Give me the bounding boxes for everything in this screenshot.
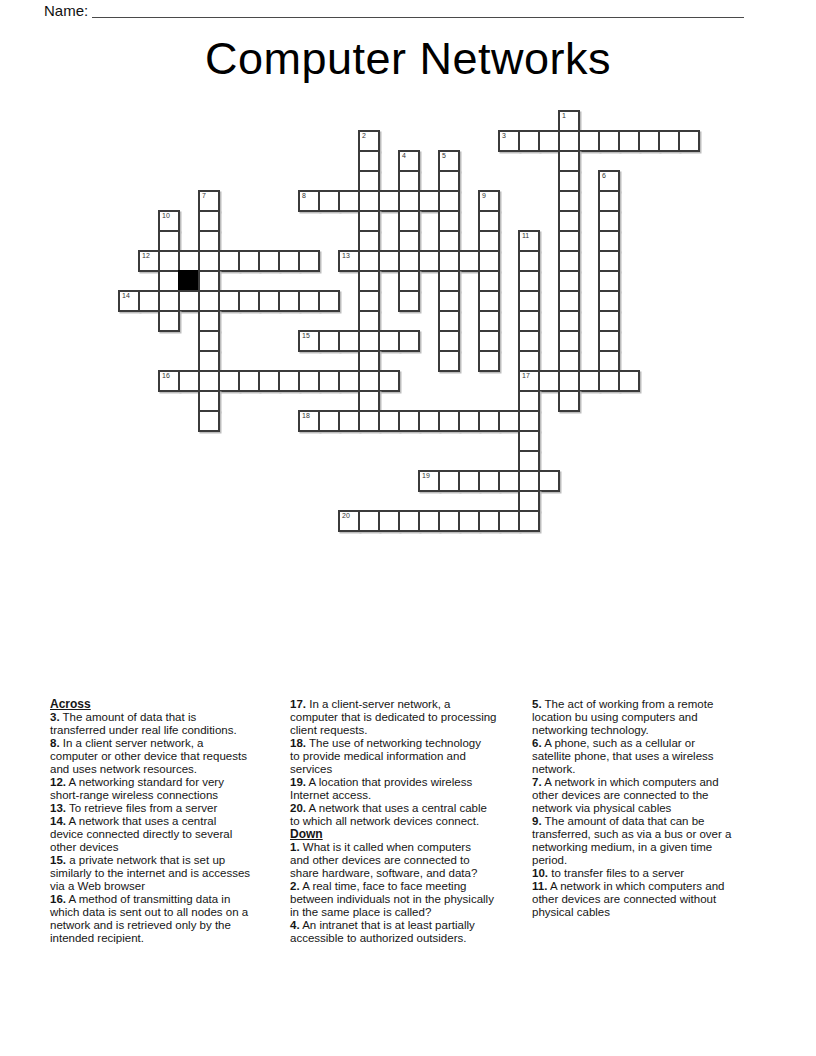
grid-cell[interactable] xyxy=(358,230,380,252)
grid-cell[interactable] xyxy=(318,190,340,212)
cell-number: 1 xyxy=(562,112,566,120)
grid-cell[interactable] xyxy=(378,410,400,432)
grid-cell[interactable] xyxy=(378,190,400,212)
grid-cell[interactable] xyxy=(658,130,680,152)
grid-cell[interactable]: 9 xyxy=(478,190,500,212)
grid-cell[interactable]: 16 xyxy=(158,370,180,392)
grid-cell[interactable]: 6 xyxy=(598,170,620,192)
grid-cell[interactable] xyxy=(358,330,380,352)
clue-text: A network in which computers and other d… xyxy=(532,880,724,918)
grid-cell[interactable] xyxy=(518,490,540,512)
grid-cell[interactable] xyxy=(198,410,220,432)
clue-text: The amount of data that is transferred u… xyxy=(50,711,237,736)
clue-text: a private network that is set up similar… xyxy=(50,854,250,892)
grid-cell[interactable]: 20 xyxy=(338,510,360,532)
clue-down-1: 1. What is it called when computers and … xyxy=(290,841,530,880)
grid-cell[interactable] xyxy=(558,230,580,252)
grid-cell[interactable] xyxy=(358,150,380,172)
grid-cell[interactable] xyxy=(398,250,420,272)
clue-number: 8. xyxy=(50,737,60,749)
grid-cell[interactable] xyxy=(258,290,280,312)
clue-text: The use of networking technology to prov… xyxy=(290,737,481,775)
grid-cell[interactable] xyxy=(338,410,360,432)
grid-cell[interactable] xyxy=(518,510,540,532)
grid-cell[interactable] xyxy=(398,170,420,192)
grid-cell[interactable] xyxy=(198,270,220,292)
clue-number: 15. xyxy=(50,854,66,866)
grid-cell[interactable] xyxy=(438,270,460,292)
grid-cell[interactable]: 5 xyxy=(438,150,460,172)
clue-number: 1. xyxy=(290,841,300,853)
grid-cell[interactable] xyxy=(358,270,380,292)
grid-cell[interactable] xyxy=(338,330,360,352)
grid-cell[interactable] xyxy=(618,370,640,392)
grid-cell[interactable] xyxy=(458,510,480,532)
grid-cell[interactable] xyxy=(498,410,520,432)
cell-number: 2 xyxy=(362,132,366,140)
grid-cell[interactable] xyxy=(198,250,220,272)
grid-cell[interactable] xyxy=(198,230,220,252)
clue-across-13: 13. To retrieve files from a server xyxy=(50,802,288,815)
clue-number: 7. xyxy=(532,776,542,788)
grid-cell[interactable] xyxy=(418,410,440,432)
cell-number: 10 xyxy=(162,212,170,220)
clue-across-18: 18. The use of networking technology to … xyxy=(290,737,530,776)
grid-cell[interactable] xyxy=(538,470,560,492)
clue-across-17: 17. In a client-server network, a comput… xyxy=(290,698,530,737)
cell-number: 3 xyxy=(502,132,506,140)
grid-cell[interactable] xyxy=(478,410,500,432)
grid-cell[interactable] xyxy=(438,230,460,252)
clue-across-16: 16. A method of transmitting data in whi… xyxy=(50,893,288,945)
grid-cell[interactable] xyxy=(478,270,500,292)
grid-cell[interactable] xyxy=(438,170,460,192)
grid-cell[interactable] xyxy=(278,250,300,272)
grid-cell[interactable] xyxy=(398,510,420,532)
grid-cell[interactable] xyxy=(598,370,620,392)
cell-number: 5 xyxy=(442,152,446,160)
crossword-grid: 1234567891011121314151617181920 xyxy=(118,110,700,532)
cell-number: 19 xyxy=(422,472,430,480)
down-header: Down xyxy=(290,828,530,841)
grid-cell[interactable] xyxy=(598,210,620,232)
grid-cell[interactable] xyxy=(398,410,420,432)
cell-number: 8 xyxy=(302,192,306,200)
grid-cell[interactable] xyxy=(358,250,380,272)
grid-cell[interactable] xyxy=(378,330,400,352)
grid-cell[interactable] xyxy=(598,290,620,312)
grid-cell[interactable] xyxy=(198,310,220,332)
clue-number: 5. xyxy=(532,698,542,710)
grid-cell[interactable] xyxy=(478,210,500,232)
grid-cell[interactable] xyxy=(518,470,540,492)
clue-text: A networking standard for very short-ran… xyxy=(50,776,224,801)
grid-cell[interactable]: 15 xyxy=(298,330,320,352)
grid-cell[interactable] xyxy=(358,410,380,432)
grid-cell[interactable] xyxy=(558,330,580,352)
grid-cell[interactable] xyxy=(558,170,580,192)
grid-cell[interactable] xyxy=(498,470,520,492)
grid-cell[interactable] xyxy=(438,330,460,352)
clue-down-5: 5. The act of working from a remote loca… xyxy=(532,698,772,737)
grid-cell[interactable] xyxy=(198,390,220,412)
clue-across-8: 8. In a client server network, a compute… xyxy=(50,737,288,776)
grid-cell[interactable] xyxy=(198,210,220,232)
grid-cell[interactable] xyxy=(518,350,540,372)
grid-cell[interactable] xyxy=(358,290,380,312)
grid-cell[interactable] xyxy=(598,130,620,152)
grid-cell[interactable] xyxy=(378,250,400,272)
clue-number: 10. xyxy=(532,867,548,879)
cell-number: 16 xyxy=(162,372,170,380)
grid-cell[interactable] xyxy=(558,130,580,152)
across-header: Across xyxy=(50,698,288,711)
clue-across-15: 15. a private network that is set up sim… xyxy=(50,854,288,893)
grid-cell[interactable] xyxy=(518,330,540,352)
clue-column-3: 5. The act of working from a remote loca… xyxy=(532,698,772,919)
grid-cell[interactable] xyxy=(358,510,380,532)
cell-number: 13 xyxy=(342,252,350,260)
grid-cell[interactable] xyxy=(478,290,500,312)
grid-cell[interactable] xyxy=(558,210,580,232)
grid-cell[interactable] xyxy=(478,330,500,352)
grid-cell[interactable] xyxy=(558,310,580,332)
grid-cell[interactable] xyxy=(538,130,560,152)
grid-cell[interactable] xyxy=(518,430,540,452)
grid-cell[interactable] xyxy=(278,370,300,392)
clue-across-12: 12. A networking standard for very short… xyxy=(50,776,288,802)
grid-cell[interactable] xyxy=(558,370,580,392)
grid-cell[interactable] xyxy=(458,470,480,492)
grid-cell[interactable] xyxy=(678,130,700,152)
grid-cell[interactable] xyxy=(258,250,280,272)
grid-cell[interactable]: 17 xyxy=(518,370,540,392)
grid-cell[interactable] xyxy=(438,250,460,272)
grid-cell[interactable] xyxy=(458,250,480,272)
grid-cell[interactable] xyxy=(198,370,220,392)
clue-text: A method of transmitting data in which d… xyxy=(50,893,248,944)
clue-text: A real time, face to face meeting betwee… xyxy=(290,880,494,918)
grid-cell[interactable] xyxy=(578,370,600,392)
grid-cell[interactable] xyxy=(238,370,260,392)
grid-cell[interactable] xyxy=(158,290,180,312)
clue-number: 9. xyxy=(532,815,542,827)
grid-cell[interactable]: 8 xyxy=(298,190,320,212)
grid-cell[interactable] xyxy=(518,390,540,412)
name-blank-line[interactable] xyxy=(92,1,744,18)
cell-number: 17 xyxy=(522,372,530,380)
cell-number: 15 xyxy=(302,332,310,340)
clue-text: A location that provides wireless Intern… xyxy=(290,776,472,801)
grid-cell[interactable] xyxy=(558,150,580,172)
clue-number: 20. xyxy=(290,802,306,814)
grid-cell[interactable] xyxy=(478,310,500,332)
grid-cell[interactable] xyxy=(318,330,340,352)
grid-cell[interactable] xyxy=(418,190,440,212)
grid-cell[interactable] xyxy=(478,230,500,252)
grid-cell[interactable] xyxy=(558,390,580,412)
grid-cell[interactable]: 4 xyxy=(398,150,420,172)
grid-cell[interactable] xyxy=(478,470,500,492)
grid-cell[interactable]: 7 xyxy=(198,190,220,212)
grid-cell[interactable] xyxy=(358,370,380,392)
cell-number: 6 xyxy=(602,172,606,180)
grid-cell[interactable]: 10 xyxy=(158,210,180,232)
cell-number: 7 xyxy=(202,192,206,200)
grid-cell[interactable]: 2 xyxy=(358,130,380,152)
grid-cell[interactable] xyxy=(178,290,200,312)
clue-down-2: 2. A real time, face to face meeting bet… xyxy=(290,880,530,919)
grid-cell[interactable] xyxy=(498,510,520,532)
clue-text: An intranet that is at least partially a… xyxy=(290,919,475,944)
grid-cell[interactable] xyxy=(138,290,160,312)
cell-number: 11 xyxy=(522,232,529,240)
clue-number: 14. xyxy=(50,815,66,827)
grid-cell[interactable] xyxy=(398,270,420,292)
grid-cell[interactable] xyxy=(158,230,180,252)
grid-cell[interactable] xyxy=(518,450,540,472)
grid-cell[interactable]: 14 xyxy=(118,290,140,312)
grid-cell[interactable] xyxy=(318,410,340,432)
clue-text: A network that uses a central cable to w… xyxy=(290,802,487,827)
grid-cell[interactable] xyxy=(518,270,540,292)
clue-text: A network in which computers and other d… xyxy=(532,776,719,814)
cell-number: 20 xyxy=(342,512,350,520)
clue-down-6: 6. A phone, such as a cellular or satell… xyxy=(532,737,772,776)
grid-cell[interactable] xyxy=(518,310,540,332)
clue-number: 19. xyxy=(290,776,306,788)
grid-cell[interactable]: 18 xyxy=(298,410,320,432)
grid-cell[interactable] xyxy=(598,350,620,372)
grid-cell[interactable] xyxy=(358,190,380,212)
grid-cell[interactable] xyxy=(438,410,460,432)
grid-cell[interactable] xyxy=(458,410,480,432)
clue-number: 11. xyxy=(532,880,547,892)
clue-number: 4. xyxy=(290,919,300,931)
grid-cell[interactable] xyxy=(298,370,320,392)
grid-cell[interactable] xyxy=(478,250,500,272)
clue-down-10: 10. to transfer files to a server xyxy=(532,867,772,880)
clue-column-1: Across3. The amount of data that is tran… xyxy=(50,698,288,945)
grid-cell-black xyxy=(178,270,200,292)
grid-cell[interactable] xyxy=(238,250,260,272)
grid-cell[interactable] xyxy=(558,290,580,312)
grid-cell[interactable] xyxy=(438,290,460,312)
grid-cell[interactable] xyxy=(158,270,180,292)
clue-across-3: 3. The amount of data that is transferre… xyxy=(50,711,288,737)
grid-cell[interactable] xyxy=(438,510,460,532)
grid-cell[interactable]: 13 xyxy=(338,250,360,272)
clue-text: In a client-server network, a computer t… xyxy=(290,698,496,736)
grid-cell[interactable] xyxy=(398,210,420,232)
worksheet-page: Name: Computer Networks 1234567891011121… xyxy=(0,0,816,1056)
grid-cell[interactable] xyxy=(598,310,620,332)
cell-number: 14 xyxy=(122,292,130,300)
grid-cell[interactable] xyxy=(418,250,440,272)
grid-cell[interactable] xyxy=(438,210,460,232)
clue-across-19: 19. A location that provides wireless In… xyxy=(290,776,530,802)
grid-cell[interactable] xyxy=(198,330,220,352)
clue-text: What is it called when computers and oth… xyxy=(290,841,477,879)
grid-cell[interactable] xyxy=(338,370,360,392)
grid-cell[interactable] xyxy=(378,370,400,392)
clue-number: 6. xyxy=(532,737,542,749)
grid-cell[interactable] xyxy=(538,370,560,392)
grid-cell[interactable] xyxy=(418,510,440,532)
grid-cell[interactable]: 1 xyxy=(558,110,580,132)
grid-cell[interactable] xyxy=(558,350,580,372)
grid-cell[interactable] xyxy=(398,230,420,252)
grid-cell[interactable]: 11 xyxy=(518,230,540,252)
grid-cell[interactable] xyxy=(598,250,620,272)
cell-number: 12 xyxy=(142,252,150,260)
cell-number: 18 xyxy=(302,412,310,420)
grid-cell[interactable] xyxy=(598,270,620,292)
grid-cell[interactable] xyxy=(398,190,420,212)
grid-cell[interactable] xyxy=(278,290,300,312)
grid-cell[interactable]: 12 xyxy=(138,250,160,272)
grid-cell[interactable] xyxy=(218,290,240,312)
grid-cell[interactable] xyxy=(358,170,380,192)
grid-cell[interactable] xyxy=(158,310,180,332)
clue-number: 12. xyxy=(50,776,66,788)
grid-cell[interactable] xyxy=(558,250,580,272)
clue-across-14: 14. A network that uses a central device… xyxy=(50,815,288,854)
grid-cell[interactable] xyxy=(598,190,620,212)
cell-number: 4 xyxy=(402,152,406,160)
grid-cell[interactable] xyxy=(438,350,460,372)
grid-cell[interactable] xyxy=(198,290,220,312)
grid-cell[interactable] xyxy=(438,470,460,492)
grid-cell[interactable] xyxy=(298,290,320,312)
grid-cell[interactable] xyxy=(358,390,380,412)
grid-cell[interactable] xyxy=(158,250,180,272)
grid-cell[interactable] xyxy=(358,350,380,372)
grid-cell[interactable] xyxy=(298,250,320,272)
grid-cell[interactable] xyxy=(178,370,200,392)
grid-cell[interactable] xyxy=(178,250,200,272)
clue-text: A phone, such as a cellular or satellite… xyxy=(532,737,714,775)
clue-down-11: 11. A network in which computers and oth… xyxy=(532,880,772,919)
grid-cell[interactable] xyxy=(598,230,620,252)
grid-cell[interactable] xyxy=(358,210,380,232)
clue-number: 16. xyxy=(50,893,66,905)
grid-cell[interactable] xyxy=(338,190,360,212)
clue-text: The act of working from a remote locatio… xyxy=(532,698,713,736)
clue-text: to transfer files to a server xyxy=(551,867,684,879)
clue-number: 17. xyxy=(290,698,306,710)
grid-cell[interactable] xyxy=(198,350,220,372)
name-label: Name: xyxy=(44,2,88,19)
grid-cell[interactable] xyxy=(478,510,500,532)
grid-cell[interactable] xyxy=(638,130,660,152)
grid-cell[interactable] xyxy=(358,310,380,332)
grid-cell[interactable] xyxy=(238,290,260,312)
grid-cell[interactable]: 3 xyxy=(498,130,520,152)
grid-cell[interactable] xyxy=(618,130,640,152)
puzzle-title: Computer Networks xyxy=(0,33,816,85)
grid-cell[interactable] xyxy=(598,330,620,352)
grid-cell[interactable] xyxy=(558,270,580,292)
grid-cell[interactable] xyxy=(518,410,540,432)
cell-number: 9 xyxy=(482,192,486,200)
clue-number: 18. xyxy=(290,737,306,749)
grid-cell[interactable] xyxy=(578,130,600,152)
grid-cell[interactable] xyxy=(558,190,580,212)
clue-across-20: 20. A network that uses a central cable … xyxy=(290,802,530,828)
grid-cell[interactable] xyxy=(258,370,280,392)
grid-cell[interactable] xyxy=(218,250,240,272)
grid-cell[interactable] xyxy=(518,290,540,312)
grid-cell[interactable] xyxy=(438,310,460,332)
clue-text: A network that uses a central device con… xyxy=(50,815,232,853)
grid-cell[interactable] xyxy=(478,350,500,372)
grid-cell[interactable] xyxy=(518,250,540,272)
clue-down-9: 9. The amount of data that can be transf… xyxy=(532,815,772,867)
clue-text: In a client server network, a computer o… xyxy=(50,737,247,775)
clue-number: 3. xyxy=(50,711,60,723)
clue-down-4: 4. An intranet that is at least partiall… xyxy=(290,919,530,945)
clue-text: To retrieve files from a server xyxy=(69,802,217,814)
clue-number: 13. xyxy=(50,802,66,814)
grid-cell[interactable] xyxy=(318,370,340,392)
grid-cell[interactable] xyxy=(438,190,460,212)
grid-cell[interactable] xyxy=(518,130,540,152)
grid-cell[interactable] xyxy=(218,370,240,392)
clue-text: The amount of data that can be transferr… xyxy=(532,815,731,866)
grid-cell[interactable] xyxy=(378,510,400,532)
grid-cell[interactable] xyxy=(318,290,340,312)
grid-cell[interactable] xyxy=(398,290,420,312)
grid-cell[interactable] xyxy=(398,330,420,352)
clue-down-7: 7. A network in which computers and othe… xyxy=(532,776,772,815)
clue-number: 2. xyxy=(290,880,300,892)
grid-cell[interactable]: 19 xyxy=(418,470,440,492)
clue-column-2: 17. In a client-server network, a comput… xyxy=(290,698,530,945)
